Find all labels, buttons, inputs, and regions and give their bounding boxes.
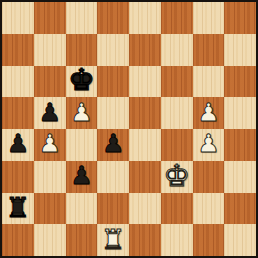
square-b2[interactable] — [34, 193, 66, 225]
white-rook[interactable]: ♜ — [101, 226, 125, 253]
square-h3[interactable] — [224, 161, 256, 193]
chess-board: ♚♟♟♟♟♟♟♟♟♚♜♜ — [2, 2, 256, 256]
square-e2[interactable] — [129, 193, 161, 225]
square-c4[interactable] — [66, 129, 98, 161]
square-g6[interactable] — [193, 66, 225, 98]
square-d7[interactable] — [97, 34, 129, 66]
black-rook[interactable]: ♜ — [6, 194, 30, 221]
chess-board-frame: ♚♟♟♟♟♟♟♟♟♚♜♜ — [0, 0, 258, 258]
square-h2[interactable] — [224, 193, 256, 225]
square-c6[interactable]: ♚ — [66, 66, 98, 98]
square-h5[interactable] — [224, 97, 256, 129]
square-f7[interactable] — [161, 34, 193, 66]
square-e1[interactable] — [129, 224, 161, 256]
black-king[interactable]: ♚ — [68, 66, 95, 96]
square-a1[interactable] — [2, 224, 34, 256]
square-f3[interactable]: ♚ — [161, 161, 193, 193]
square-b1[interactable] — [34, 224, 66, 256]
square-f1[interactable] — [161, 224, 193, 256]
black-pawn[interactable]: ♟ — [70, 163, 92, 188]
square-f2[interactable] — [161, 193, 193, 225]
white-pawn[interactable]: ♟ — [197, 131, 219, 156]
square-h4[interactable] — [224, 129, 256, 161]
square-b8[interactable] — [34, 2, 66, 34]
white-pawn[interactable]: ♟ — [70, 100, 92, 125]
white-king[interactable]: ♚ — [163, 161, 190, 191]
square-b5[interactable]: ♟ — [34, 97, 66, 129]
square-d4[interactable]: ♟ — [97, 129, 129, 161]
square-d2[interactable] — [97, 193, 129, 225]
square-e5[interactable] — [129, 97, 161, 129]
square-d8[interactable] — [97, 2, 129, 34]
square-b4[interactable]: ♟ — [34, 129, 66, 161]
square-g4[interactable]: ♟ — [193, 129, 225, 161]
black-pawn[interactable]: ♟ — [38, 100, 60, 125]
square-d3[interactable] — [97, 161, 129, 193]
square-g2[interactable] — [193, 193, 225, 225]
square-b3[interactable] — [34, 161, 66, 193]
square-g5[interactable]: ♟ — [193, 97, 225, 129]
square-d5[interactable] — [97, 97, 129, 129]
square-e7[interactable] — [129, 34, 161, 66]
square-a3[interactable] — [2, 161, 34, 193]
square-h8[interactable] — [224, 2, 256, 34]
square-a2[interactable]: ♜ — [2, 193, 34, 225]
square-a5[interactable] — [2, 97, 34, 129]
square-c2[interactable] — [66, 193, 98, 225]
square-g3[interactable] — [193, 161, 225, 193]
square-e3[interactable] — [129, 161, 161, 193]
square-a6[interactable] — [2, 66, 34, 98]
square-g1[interactable] — [193, 224, 225, 256]
square-c1[interactable] — [66, 224, 98, 256]
square-e8[interactable] — [129, 2, 161, 34]
white-pawn[interactable]: ♟ — [38, 131, 60, 156]
square-e4[interactable] — [129, 129, 161, 161]
square-b6[interactable] — [34, 66, 66, 98]
square-a4[interactable]: ♟ — [2, 129, 34, 161]
square-g8[interactable] — [193, 2, 225, 34]
square-a7[interactable] — [2, 34, 34, 66]
square-h6[interactable] — [224, 66, 256, 98]
square-c5[interactable]: ♟ — [66, 97, 98, 129]
square-b7[interactable] — [34, 34, 66, 66]
white-pawn[interactable]: ♟ — [197, 100, 219, 125]
square-f4[interactable] — [161, 129, 193, 161]
black-pawn[interactable]: ♟ — [7, 131, 29, 156]
square-c7[interactable] — [66, 34, 98, 66]
square-f6[interactable] — [161, 66, 193, 98]
square-c3[interactable]: ♟ — [66, 161, 98, 193]
square-f8[interactable] — [161, 2, 193, 34]
black-pawn[interactable]: ♟ — [102, 131, 124, 156]
square-h7[interactable] — [224, 34, 256, 66]
square-d6[interactable] — [97, 66, 129, 98]
square-a8[interactable] — [2, 2, 34, 34]
square-e6[interactable] — [129, 66, 161, 98]
square-c8[interactable] — [66, 2, 98, 34]
square-d1[interactable]: ♜ — [97, 224, 129, 256]
square-h1[interactable] — [224, 224, 256, 256]
square-g7[interactable] — [193, 34, 225, 66]
square-f5[interactable] — [161, 97, 193, 129]
